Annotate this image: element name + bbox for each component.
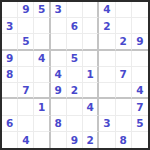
cell-r2c9[interactable] (132, 18, 148, 34)
cell-r2c4[interactable] (51, 18, 67, 34)
cell-r1c1[interactable] (2, 2, 18, 18)
cell-r4c5[interactable]: 5 (67, 51, 83, 67)
cell-r9c8[interactable]: 8 (116, 132, 132, 148)
cell-r5c8[interactable]: 7 (116, 67, 132, 83)
cell-r7c1[interactable] (2, 99, 18, 115)
sudoku-board: 95343625299458417792414768354928 (0, 0, 150, 150)
cell-r3c3[interactable] (34, 34, 50, 50)
cell-r1c5[interactable] (67, 2, 83, 18)
cell-r1c6[interactable] (83, 2, 99, 18)
cell-r2c2[interactable] (18, 18, 34, 34)
cell-r9c5[interactable]: 9 (67, 132, 83, 148)
cell-r6c6[interactable] (83, 83, 99, 99)
cell-r4c2[interactable] (18, 51, 34, 67)
cell-r4c4[interactable] (51, 51, 67, 67)
cell-r9c6[interactable]: 2 (83, 132, 99, 148)
cell-r5c4[interactable]: 4 (51, 67, 67, 83)
cell-r9c4[interactable] (51, 132, 67, 148)
cell-r3c1[interactable] (2, 34, 18, 50)
cell-r4c7[interactable] (99, 51, 115, 67)
cell-r7c4[interactable] (51, 99, 67, 115)
cell-r2c1[interactable]: 3 (2, 18, 18, 34)
cell-r2c5[interactable]: 6 (67, 18, 83, 34)
cell-r8c1[interactable]: 6 (2, 116, 18, 132)
cell-r1c4[interactable]: 3 (51, 2, 67, 18)
cell-r2c8[interactable] (116, 18, 132, 34)
cell-r7c5[interactable] (67, 99, 83, 115)
cell-r8c7[interactable]: 3 (99, 116, 115, 132)
cell-r1c3[interactable]: 5 (34, 2, 50, 18)
cell-r3c9[interactable]: 9 (132, 34, 148, 50)
cell-r2c7[interactable]: 2 (99, 18, 115, 34)
cell-r2c3[interactable] (34, 18, 50, 34)
cell-r9c3[interactable] (34, 132, 50, 148)
cell-r7c2[interactable] (18, 99, 34, 115)
cell-r5c3[interactable] (34, 67, 50, 83)
cell-r9c2[interactable]: 4 (18, 132, 34, 148)
cell-r8c4[interactable]: 8 (51, 116, 67, 132)
cell-r5c6[interactable]: 1 (83, 67, 99, 83)
cell-r6c9[interactable]: 4 (132, 83, 148, 99)
cell-r6c1[interactable] (2, 83, 18, 99)
cell-r1c7[interactable]: 4 (99, 2, 115, 18)
cell-r4c6[interactable] (83, 51, 99, 67)
cell-r5c2[interactable] (18, 67, 34, 83)
cell-r4c3[interactable]: 4 (34, 51, 50, 67)
cell-r3c7[interactable] (99, 34, 115, 50)
cell-r4c8[interactable] (116, 51, 132, 67)
cell-r8c6[interactable] (83, 116, 99, 132)
cell-r5c5[interactable] (67, 67, 83, 83)
cell-r8c3[interactable] (34, 116, 50, 132)
cell-r1c8[interactable] (116, 2, 132, 18)
cell-r8c2[interactable] (18, 116, 34, 132)
cell-r8c9[interactable]: 5 (132, 116, 148, 132)
cell-r7c3[interactable]: 1 (34, 99, 50, 115)
cell-r8c5[interactable] (67, 116, 83, 132)
cell-r6c5[interactable]: 2 (67, 83, 83, 99)
cell-r9c7[interactable] (99, 132, 115, 148)
cell-r3c6[interactable] (83, 34, 99, 50)
cell-r3c5[interactable] (67, 34, 83, 50)
cell-r6c8[interactable] (116, 83, 132, 99)
cell-r6c2[interactable]: 7 (18, 83, 34, 99)
cell-r1c2[interactable]: 9 (18, 2, 34, 18)
cell-r5c9[interactable] (132, 67, 148, 83)
cell-r3c2[interactable]: 5 (18, 34, 34, 50)
cell-r1c9[interactable] (132, 2, 148, 18)
cell-r7c8[interactable] (116, 99, 132, 115)
cell-r8c8[interactable] (116, 116, 132, 132)
cell-r7c7[interactable] (99, 99, 115, 115)
cell-r7c9[interactable]: 7 (132, 99, 148, 115)
cell-r5c1[interactable]: 8 (2, 67, 18, 83)
cell-r6c7[interactable] (99, 83, 115, 99)
cell-r4c9[interactable] (132, 51, 148, 67)
cell-r3c8[interactable]: 2 (116, 34, 132, 50)
cell-r9c1[interactable] (2, 132, 18, 148)
cell-r9c9[interactable] (132, 132, 148, 148)
cell-r6c3[interactable] (34, 83, 50, 99)
cell-r4c1[interactable]: 9 (2, 51, 18, 67)
cell-r7c6[interactable]: 4 (83, 99, 99, 115)
cell-r6c4[interactable]: 9 (51, 83, 67, 99)
cell-r2c6[interactable] (83, 18, 99, 34)
cell-r3c4[interactable] (51, 34, 67, 50)
cell-r5c7[interactable] (99, 67, 115, 83)
